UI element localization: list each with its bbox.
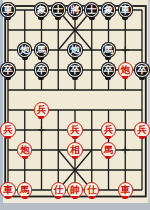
board-point-c8[interactable]: 馬 bbox=[33, 40, 50, 60]
board-point-f3[interactable] bbox=[83, 140, 100, 160]
red-advisor[interactable]: 仕 bbox=[84, 182, 99, 197]
red-general[interactable]: 帥 bbox=[67, 182, 82, 197]
black-cannon[interactable]: 炮 bbox=[67, 42, 82, 57]
board-point-e9[interactable] bbox=[67, 20, 84, 40]
board-point-g7[interactable]: 卒 bbox=[100, 60, 117, 80]
board-point-e1[interactable]: 帥 bbox=[67, 180, 84, 200]
red-cannon[interactable]: 炮 bbox=[118, 62, 133, 77]
board-point-c7[interactable]: 卒 bbox=[33, 60, 50, 80]
board-point-d5[interactable] bbox=[50, 100, 67, 120]
board-point-c1[interactable] bbox=[33, 180, 50, 200]
red-soldier[interactable]: 兵 bbox=[67, 122, 82, 137]
board-point-f7[interactable] bbox=[83, 60, 100, 80]
board-point-h8[interactable] bbox=[117, 40, 134, 60]
black-horse[interactable]: 馬 bbox=[34, 42, 49, 57]
board-point-c5[interactable]: 兵 bbox=[33, 100, 50, 120]
board-point-b4[interactable] bbox=[16, 120, 33, 140]
board-point-d6[interactable] bbox=[50, 80, 67, 100]
board-point-e6[interactable] bbox=[67, 80, 84, 100]
black-cannon[interactable]: 炮 bbox=[17, 42, 32, 57]
black-advisor[interactable]: 士 bbox=[51, 2, 66, 17]
red-soldier[interactable]: 兵 bbox=[34, 102, 49, 117]
black-chariot[interactable]: 車 bbox=[118, 2, 133, 17]
window-edge-left bbox=[0, 0, 3, 210]
board-point-e5[interactable] bbox=[67, 100, 84, 120]
black-horse[interactable]: 馬 bbox=[101, 42, 116, 57]
board-point-d2[interactable] bbox=[50, 160, 67, 180]
board-point-d8[interactable] bbox=[50, 40, 67, 60]
board-point-f1[interactable]: 仕 bbox=[83, 180, 100, 200]
board-point-h7[interactable]: 炮 bbox=[117, 60, 134, 80]
board-point-h3[interactable] bbox=[117, 140, 134, 160]
board-point-f5[interactable] bbox=[83, 100, 100, 120]
board-point-e3[interactable]: 相 bbox=[67, 140, 84, 160]
board-point-b5[interactable] bbox=[16, 100, 33, 120]
black-elephant[interactable]: 象 bbox=[101, 2, 116, 17]
board-point-b1[interactable]: 馬 bbox=[16, 180, 33, 200]
board-point-f2[interactable] bbox=[83, 160, 100, 180]
red-horse[interactable]: 馬 bbox=[17, 182, 32, 197]
board-point-f10[interactable]: 士 bbox=[83, 0, 100, 20]
board-point-h1[interactable]: 車 bbox=[117, 180, 134, 200]
board-point-c4[interactable] bbox=[33, 120, 50, 140]
board-point-b3[interactable]: 炮 bbox=[16, 140, 33, 160]
board-point-g1[interactable] bbox=[100, 180, 117, 200]
board-point-g8[interactable]: 馬 bbox=[100, 40, 117, 60]
board-point-g9[interactable] bbox=[100, 20, 117, 40]
black-advisor[interactable]: 士 bbox=[84, 2, 99, 17]
xiangqi-board: 車象士將士象車炮馬炮馬卒卒卒卒炮卒兵兵兵兵兵炮相馬車馬仕帥仕車 bbox=[0, 0, 150, 200]
board-point-f6[interactable] bbox=[83, 80, 100, 100]
board-point-f4[interactable] bbox=[83, 120, 100, 140]
window-edge-bottom bbox=[0, 203, 150, 210]
board-point-d9[interactable] bbox=[50, 20, 67, 40]
board-point-e8[interactable]: 炮 bbox=[67, 40, 84, 60]
board-point-d3[interactable] bbox=[50, 140, 67, 160]
board-point-c10[interactable]: 象 bbox=[33, 0, 50, 20]
black-chariot[interactable]: 車 bbox=[0, 2, 15, 17]
board-point-c3[interactable] bbox=[33, 140, 50, 160]
board-point-b10[interactable] bbox=[16, 0, 33, 20]
red-soldier[interactable]: 兵 bbox=[134, 122, 149, 137]
black-soldier[interactable]: 卒 bbox=[134, 62, 149, 77]
board-point-d7[interactable] bbox=[50, 60, 67, 80]
board-point-h4[interactable] bbox=[117, 120, 134, 140]
window-edge-right bbox=[148, 0, 150, 210]
board-point-e7[interactable]: 卒 bbox=[67, 60, 84, 80]
red-cannon[interactable]: 炮 bbox=[17, 142, 32, 157]
board-point-b6[interactable] bbox=[16, 80, 33, 100]
board-point-g4[interactable]: 兵 bbox=[100, 120, 117, 140]
black-soldier[interactable]: 卒 bbox=[101, 62, 116, 77]
board-point-h6[interactable] bbox=[117, 80, 134, 100]
red-soldier[interactable]: 兵 bbox=[101, 122, 116, 137]
board-point-h10[interactable]: 車 bbox=[117, 0, 134, 20]
board-point-c2[interactable] bbox=[33, 160, 50, 180]
board-point-g10[interactable]: 象 bbox=[100, 0, 117, 20]
board-point-b7[interactable] bbox=[16, 60, 33, 80]
black-soldier[interactable]: 卒 bbox=[67, 62, 82, 77]
board-point-b8[interactable]: 炮 bbox=[16, 40, 33, 60]
board-point-c9[interactable] bbox=[33, 20, 50, 40]
red-horse[interactable]: 馬 bbox=[101, 142, 116, 157]
board-point-g6[interactable] bbox=[100, 80, 117, 100]
red-chariot[interactable]: 車 bbox=[118, 182, 133, 197]
board-point-e10[interactable]: 將 bbox=[67, 0, 84, 20]
board-point-h5[interactable] bbox=[117, 100, 134, 120]
xiangqi-board-window: 車象士將士象車炮馬炮馬卒卒卒卒炮卒兵兵兵兵兵炮相馬車馬仕帥仕車 bbox=[0, 0, 150, 210]
black-elephant[interactable]: 象 bbox=[34, 2, 49, 17]
board-point-d4[interactable] bbox=[50, 120, 67, 140]
board-point-d10[interactable]: 士 bbox=[50, 0, 67, 20]
red-soldier[interactable]: 兵 bbox=[0, 122, 15, 137]
black-general[interactable]: 將 bbox=[67, 2, 82, 17]
red-elephant[interactable]: 相 bbox=[67, 142, 82, 157]
board-point-h9[interactable] bbox=[117, 20, 134, 40]
board-point-b2[interactable] bbox=[16, 160, 33, 180]
board-point-h2[interactable] bbox=[117, 160, 134, 180]
board-point-e4[interactable]: 兵 bbox=[67, 120, 84, 140]
board-point-c6[interactable] bbox=[33, 80, 50, 100]
board-point-e2[interactable] bbox=[67, 160, 84, 180]
board-point-d1[interactable]: 仕 bbox=[50, 180, 67, 200]
board-point-g5[interactable] bbox=[100, 100, 117, 120]
red-advisor[interactable]: 仕 bbox=[51, 182, 66, 197]
board-point-g3[interactable]: 馬 bbox=[100, 140, 117, 160]
black-soldier[interactable]: 卒 bbox=[34, 62, 49, 77]
board-point-f8[interactable] bbox=[83, 40, 100, 60]
black-soldier[interactable]: 卒 bbox=[0, 62, 15, 77]
board-point-g2[interactable] bbox=[100, 160, 117, 180]
board-point-f9[interactable] bbox=[83, 20, 100, 40]
red-chariot[interactable]: 車 bbox=[0, 182, 15, 197]
board-point-b9[interactable] bbox=[16, 20, 33, 40]
